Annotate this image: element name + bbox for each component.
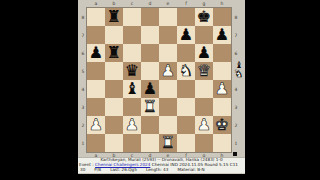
square-f1[interactable]	[177, 134, 195, 152]
status-mode: P/B	[94, 168, 101, 173]
status-move-number: 30	[80, 168, 85, 173]
square-a1[interactable]	[87, 134, 105, 152]
rank-label-5: 5	[80, 62, 86, 80]
piece-black-king[interactable]: ♚	[197, 8, 211, 26]
square-f2[interactable]	[177, 116, 195, 134]
square-a2[interactable]: ♟	[87, 116, 105, 134]
square-e1[interactable]: ♜	[159, 134, 177, 152]
square-c1[interactable]	[123, 134, 141, 152]
square-c4[interactable]: ♝	[123, 80, 141, 98]
rank-labels-left: 87654321	[80, 8, 86, 152]
rank-label-1: 1	[233, 134, 239, 152]
square-g1[interactable]	[195, 134, 213, 152]
square-e8[interactable]	[159, 8, 177, 26]
piece-white-pawn[interactable]: ♟	[215, 80, 229, 98]
rank-label-7: 7	[80, 26, 86, 44]
piece-black-rook[interactable]: ♜	[107, 44, 121, 62]
letterbox-left	[0, 0, 78, 180]
square-a8[interactable]	[87, 8, 105, 26]
file-label-b: b	[105, 1, 123, 7]
square-e3[interactable]	[159, 98, 177, 116]
square-d4[interactable]: ♟	[141, 80, 159, 98]
square-h8[interactable]	[213, 8, 231, 26]
piece-white-rook[interactable]: ♜	[143, 98, 157, 116]
square-h5[interactable]	[213, 62, 231, 80]
square-c3[interactable]	[123, 98, 141, 116]
square-a6[interactable]: ♟	[87, 44, 105, 62]
square-d5[interactable]	[141, 62, 159, 80]
square-f6[interactable]	[177, 44, 195, 62]
file-label-g: g	[195, 1, 213, 7]
square-f8[interactable]	[177, 8, 195, 26]
letterbox-right	[245, 0, 320, 180]
square-b8[interactable]: ♜	[105, 8, 123, 26]
square-a7[interactable]	[87, 26, 105, 44]
piece-black-bishop[interactable]: ♝	[125, 80, 139, 98]
square-g4[interactable]	[195, 80, 213, 98]
square-h2[interactable]: ♚	[213, 116, 231, 134]
piece-white-knight[interactable]: ♞	[179, 62, 193, 80]
rank-label-3: 3	[80, 98, 86, 116]
piece-white-queen[interactable]: ♛	[197, 62, 211, 80]
square-d1[interactable]	[141, 134, 159, 152]
piece-black-pawn[interactable]: ♟	[215, 26, 229, 44]
material-white-knight-icon: ♞	[235, 70, 243, 79]
chessboard-panel: abcdefgh 87654321 ♜♚♟♟♟♜♟♛♟♞♛♝♟♟♜♟♟♟♚♜ 8…	[78, 0, 245, 174]
file-label-a: a	[87, 1, 105, 7]
square-d3[interactable]: ♜	[141, 98, 159, 116]
file-label-f: f	[177, 1, 195, 7]
square-d2[interactable]	[141, 116, 159, 134]
rank-label-4: 4	[233, 80, 239, 98]
square-d7[interactable]	[141, 26, 159, 44]
square-h6[interactable]	[213, 44, 231, 62]
piece-white-rook[interactable]: ♜	[161, 134, 175, 152]
square-h4[interactable]: ♟	[213, 80, 231, 98]
square-h1[interactable]	[213, 134, 231, 152]
square-d6[interactable]	[141, 44, 159, 62]
piece-white-pawn[interactable]: ♟	[197, 116, 211, 134]
square-b4[interactable]	[105, 80, 123, 98]
square-c5[interactable]: ♛	[123, 62, 141, 80]
rank-label-1: 1	[80, 134, 86, 152]
square-b6[interactable]: ♜	[105, 44, 123, 62]
status-line: 30 P/B Last: 26.Qg5 Length: 43 Material:…	[78, 168, 245, 173]
square-e2[interactable]	[159, 116, 177, 134]
rank-label-8: 8	[80, 8, 86, 26]
rank-labels-right: 87654321	[233, 8, 239, 152]
rank-label-7: 7	[233, 26, 239, 44]
piece-black-pawn[interactable]: ♟	[89, 44, 103, 62]
square-g5[interactable]: ♛	[195, 62, 213, 80]
square-a3[interactable]	[87, 98, 105, 116]
square-d8[interactable]	[141, 8, 159, 26]
piece-white-pawn[interactable]: ♟	[89, 116, 103, 134]
square-h3[interactable]	[213, 98, 231, 116]
square-c8[interactable]	[123, 8, 141, 26]
chess-board[interactable]: ♜♚♟♟♟♜♟♛♟♞♛♝♟♟♜♟♟♟♚♜	[87, 8, 231, 152]
rank-label-2: 2	[80, 116, 86, 134]
square-f5[interactable]: ♞	[177, 62, 195, 80]
square-b2[interactable]	[105, 116, 123, 134]
square-b7[interactable]	[105, 26, 123, 44]
status-length: Length: 43	[146, 168, 169, 173]
square-b1[interactable]	[105, 134, 123, 152]
square-a5[interactable]	[87, 62, 105, 80]
square-g2[interactable]: ♟	[195, 116, 213, 134]
square-g3[interactable]	[195, 98, 213, 116]
status-material: Material: B-N	[177, 168, 204, 173]
rank-label-8: 8	[233, 8, 239, 26]
file-label-e: e	[159, 1, 177, 7]
square-e6[interactable]	[159, 44, 177, 62]
piece-black-pawn[interactable]: ♟	[197, 44, 211, 62]
piece-white-pawn[interactable]: ♟	[125, 116, 139, 134]
file-label-h: h	[213, 1, 231, 7]
square-c2[interactable]: ♟	[123, 116, 141, 134]
piece-black-pawn[interactable]: ♟	[143, 80, 157, 98]
game-info-bar: Karthikeyan, Murali (2593) -- Dronavalli…	[78, 157, 245, 173]
square-e4[interactable]	[159, 80, 177, 98]
square-c6[interactable]	[123, 44, 141, 62]
square-g7[interactable]	[195, 26, 213, 44]
rank-label-4: 4	[80, 80, 86, 98]
file-label-d: d	[141, 1, 159, 7]
square-g8[interactable]: ♚	[195, 8, 213, 26]
square-a4[interactable]	[87, 80, 105, 98]
material-balance-tray: ♝ ♞	[234, 61, 244, 79]
video-frame: abcdefgh 87654321 ♜♚♟♟♟♜♟♛♟♞♛♝♟♟♜♟♟♟♚♜ 8…	[0, 0, 320, 180]
square-f4[interactable]	[177, 80, 195, 98]
piece-black-pawn[interactable]: ♟	[179, 26, 193, 44]
square-g6[interactable]: ♟	[195, 44, 213, 62]
square-f3[interactable]	[177, 98, 195, 116]
square-f7[interactable]: ♟	[177, 26, 195, 44]
piece-black-queen[interactable]: ♛	[125, 62, 139, 80]
square-e7[interactable]	[159, 26, 177, 44]
rank-label-6: 6	[80, 44, 86, 62]
piece-white-pawn[interactable]: ♟	[161, 62, 175, 80]
square-c7[interactable]	[123, 26, 141, 44]
rank-label-2: 2	[233, 116, 239, 134]
rank-label-3: 3	[233, 98, 239, 116]
square-b5[interactable]	[105, 62, 123, 80]
piece-black-rook[interactable]: ♜	[107, 8, 121, 26]
file-label-c: c	[123, 1, 141, 7]
piece-white-king[interactable]: ♚	[215, 116, 229, 134]
file-labels-top: abcdefgh	[87, 1, 231, 7]
square-h7[interactable]: ♟	[213, 26, 231, 44]
status-last-move: Last: 26.Qg5	[110, 168, 137, 173]
square-b3[interactable]	[105, 98, 123, 116]
side-to-move-indicator	[233, 152, 237, 156]
square-e5[interactable]: ♟	[159, 62, 177, 80]
